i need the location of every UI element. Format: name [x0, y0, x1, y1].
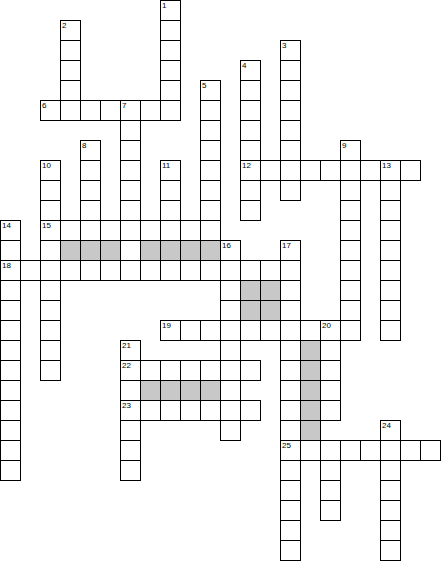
- grid-cell[interactable]: [240, 360, 261, 381]
- grid-cell[interactable]: [180, 320, 201, 341]
- grid-cell[interactable]: [300, 320, 321, 341]
- grid-cell[interactable]: [140, 100, 161, 121]
- grid-cell[interactable]: [40, 100, 61, 121]
- grid-cell[interactable]: [180, 260, 201, 281]
- grid-cell[interactable]: [160, 220, 181, 241]
- grid-cell[interactable]: [120, 120, 141, 141]
- grid-cell[interactable]: [160, 20, 181, 41]
- grid-cell[interactable]: [160, 80, 181, 101]
- grid-cell[interactable]: [80, 160, 101, 181]
- grid-cell-shaded[interactable]: [80, 240, 101, 261]
- grid-cell-shaded[interactable]: [180, 380, 201, 401]
- grid-cell[interactable]: [60, 220, 81, 241]
- grid-cell[interactable]: [40, 180, 61, 201]
- grid-cell[interactable]: [120, 240, 141, 261]
- grid-cell[interactable]: [380, 480, 401, 501]
- grid-cell[interactable]: [200, 140, 221, 161]
- grid-cell[interactable]: [0, 420, 21, 441]
- grid-cell[interactable]: [380, 280, 401, 301]
- grid-cell[interactable]: [240, 180, 261, 201]
- grid-cell[interactable]: [320, 440, 341, 461]
- grid-cell-shaded[interactable]: [260, 280, 281, 301]
- grid-cell[interactable]: [280, 240, 301, 261]
- grid-cell[interactable]: [340, 160, 361, 181]
- grid-cell[interactable]: [280, 420, 301, 441]
- grid-cell[interactable]: [200, 100, 221, 121]
- grid-cell[interactable]: [200, 220, 221, 241]
- grid-cell[interactable]: [380, 200, 401, 221]
- grid-cell[interactable]: [140, 400, 161, 421]
- grid-cell-shaded[interactable]: [260, 300, 281, 321]
- grid-cell-shaded[interactable]: [240, 300, 261, 321]
- grid-cell[interactable]: [120, 420, 141, 441]
- grid-cell[interactable]: [180, 220, 201, 241]
- grid-cell[interactable]: [280, 260, 301, 281]
- crossword-board: 1234567891011121314151617181920212223242…: [0, 0, 441, 561]
- grid-cell[interactable]: [160, 60, 181, 81]
- grid-cell[interactable]: [280, 120, 301, 141]
- grid-cell[interactable]: [260, 320, 281, 341]
- grid-cell[interactable]: [280, 100, 301, 121]
- grid-cell[interactable]: [380, 460, 401, 481]
- grid-cell[interactable]: [220, 340, 241, 361]
- grid-cell[interactable]: [340, 320, 361, 341]
- grid-cell[interactable]: [160, 180, 181, 201]
- grid-cell-shaded[interactable]: [300, 420, 321, 441]
- grid-cell[interactable]: [380, 240, 401, 261]
- grid-cell[interactable]: [220, 380, 241, 401]
- grid-cell[interactable]: [180, 360, 201, 381]
- grid-cell[interactable]: [380, 520, 401, 541]
- grid-cell[interactable]: [60, 60, 81, 81]
- grid-cell[interactable]: [220, 300, 241, 321]
- grid-cell[interactable]: [380, 320, 401, 341]
- grid-cell[interactable]: [380, 420, 401, 441]
- grid-cell[interactable]: [200, 80, 221, 101]
- grid-cell[interactable]: [240, 100, 261, 121]
- grid-cell[interactable]: [60, 260, 81, 281]
- grid-cell[interactable]: [300, 440, 321, 461]
- grid-cell[interactable]: [220, 320, 241, 341]
- grid-cell[interactable]: [280, 460, 301, 481]
- grid-cell[interactable]: [200, 200, 221, 221]
- grid-cell[interactable]: [80, 100, 101, 121]
- grid-cell[interactable]: [320, 460, 341, 481]
- grid-cell[interactable]: [160, 160, 181, 181]
- grid-cell[interactable]: [280, 280, 301, 301]
- grid-cell[interactable]: [40, 160, 61, 181]
- grid-cell[interactable]: [120, 400, 141, 421]
- grid-cell[interactable]: [0, 260, 21, 281]
- grid-cell[interactable]: [0, 380, 21, 401]
- grid-cell[interactable]: [40, 280, 61, 301]
- grid-cell[interactable]: [60, 100, 81, 121]
- grid-cell[interactable]: [120, 460, 141, 481]
- grid-cell[interactable]: [340, 240, 361, 261]
- grid-cell[interactable]: [120, 360, 141, 381]
- grid-cell[interactable]: [160, 320, 181, 341]
- grid-cell[interactable]: [340, 140, 361, 161]
- grid-cell[interactable]: [0, 280, 21, 301]
- grid-cell[interactable]: [340, 300, 361, 321]
- grid-cell[interactable]: [200, 260, 221, 281]
- grid-cell[interactable]: [380, 260, 401, 281]
- grid-cell[interactable]: [380, 180, 401, 201]
- grid-cell[interactable]: [340, 220, 361, 241]
- grid-cell[interactable]: [420, 440, 441, 461]
- grid-cell[interactable]: [120, 260, 141, 281]
- grid-cell[interactable]: [120, 180, 141, 201]
- grid-cell[interactable]: [20, 260, 41, 281]
- grid-cell-shaded[interactable]: [240, 280, 261, 301]
- grid-cell[interactable]: [380, 540, 401, 561]
- grid-cell[interactable]: [280, 320, 301, 341]
- grid-cell[interactable]: [340, 180, 361, 201]
- grid-cell-shaded[interactable]: [140, 380, 161, 401]
- grid-cell[interactable]: [0, 360, 21, 381]
- grid-cell[interactable]: [200, 360, 221, 381]
- grid-cell[interactable]: [220, 240, 241, 261]
- grid-cell[interactable]: [140, 360, 161, 381]
- grid-cell[interactable]: [0, 320, 21, 341]
- grid-cell[interactable]: [280, 60, 301, 81]
- grid-cell[interactable]: [60, 20, 81, 41]
- grid-cell[interactable]: [280, 520, 301, 541]
- grid-cell[interactable]: [240, 120, 261, 141]
- grid-cell[interactable]: [240, 140, 261, 161]
- grid-cell[interactable]: [220, 360, 241, 381]
- grid-cell[interactable]: [100, 100, 121, 121]
- grid-cell[interactable]: [160, 200, 181, 221]
- grid-cell-shaded[interactable]: [300, 400, 321, 421]
- grid-cell[interactable]: [220, 420, 241, 441]
- grid-cell[interactable]: [40, 300, 61, 321]
- grid-cell[interactable]: [280, 140, 301, 161]
- grid-cell[interactable]: [340, 200, 361, 221]
- grid-cell[interactable]: [80, 220, 101, 241]
- grid-cell[interactable]: [240, 160, 261, 181]
- grid-cell[interactable]: [240, 60, 261, 81]
- grid-cell[interactable]: [320, 500, 341, 521]
- grid-cell[interactable]: [280, 180, 301, 201]
- grid-cell[interactable]: [160, 400, 181, 421]
- grid-cell[interactable]: [120, 440, 141, 461]
- grid-cell[interactable]: [320, 360, 341, 381]
- grid-cell[interactable]: [40, 240, 61, 261]
- grid-cell[interactable]: [280, 40, 301, 61]
- grid-cell-shaded[interactable]: [140, 240, 161, 261]
- grid-cell-shaded[interactable]: [100, 240, 121, 261]
- grid-cell[interactable]: [260, 260, 281, 281]
- grid-cell[interactable]: [40, 360, 61, 381]
- grid-cell[interactable]: [280, 340, 301, 361]
- grid-cell[interactable]: [280, 440, 301, 461]
- grid-cell[interactable]: [160, 100, 181, 121]
- grid-cell[interactable]: [60, 80, 81, 101]
- grid-cell-shaded[interactable]: [200, 240, 221, 261]
- grid-cell[interactable]: [280, 480, 301, 501]
- grid-cell[interactable]: [0, 240, 21, 261]
- grid-cell[interactable]: [380, 300, 401, 321]
- grid-cell-shaded[interactable]: [160, 380, 181, 401]
- grid-cell[interactable]: [80, 140, 101, 161]
- grid-cell[interactable]: [380, 160, 401, 181]
- grid-cell[interactable]: [240, 80, 261, 101]
- grid-cell[interactable]: [40, 340, 61, 361]
- grid-cell[interactable]: [160, 0, 181, 21]
- grid-cell-shaded[interactable]: [300, 380, 321, 401]
- grid-cell[interactable]: [160, 40, 181, 61]
- grid-cell[interactable]: [160, 360, 181, 381]
- grid-cell[interactable]: [380, 220, 401, 241]
- grid-cell[interactable]: [80, 200, 101, 221]
- grid-cell[interactable]: [380, 500, 401, 521]
- grid-cell[interactable]: [200, 400, 221, 421]
- grid-cell[interactable]: [240, 200, 261, 221]
- grid-cell[interactable]: [0, 340, 21, 361]
- grid-cell[interactable]: [0, 440, 21, 461]
- grid-cell[interactable]: [120, 380, 141, 401]
- grid-cell[interactable]: [120, 160, 141, 181]
- grid-cell[interactable]: [320, 380, 341, 401]
- grid-cell[interactable]: [60, 40, 81, 61]
- grid-cell[interactable]: [320, 320, 341, 341]
- grid-cell[interactable]: [340, 440, 361, 461]
- grid-cell[interactable]: [160, 260, 181, 281]
- grid-cell-shaded[interactable]: [60, 240, 81, 261]
- grid-cell[interactable]: [120, 200, 141, 221]
- grid-cell[interactable]: [40, 200, 61, 221]
- grid-cell[interactable]: [240, 260, 261, 281]
- grid-cell[interactable]: [260, 160, 281, 181]
- grid-cell[interactable]: [340, 260, 361, 281]
- grid-cell[interactable]: [100, 260, 121, 281]
- grid-cell[interactable]: [120, 140, 141, 161]
- grid-cell[interactable]: [320, 400, 341, 421]
- grid-cell[interactable]: [140, 220, 161, 241]
- grid-cell[interactable]: [240, 400, 261, 421]
- grid-cell[interactable]: [280, 380, 301, 401]
- grid-cell[interactable]: [40, 320, 61, 341]
- grid-cell[interactable]: [120, 220, 141, 241]
- grid-cell[interactable]: [140, 260, 161, 281]
- grid-cell[interactable]: [300, 160, 321, 181]
- grid-cell-shaded[interactable]: [160, 240, 181, 261]
- grid-cell[interactable]: [220, 260, 241, 281]
- grid-cell[interactable]: [360, 160, 381, 181]
- grid-cell[interactable]: [400, 440, 421, 461]
- grid-cell[interactable]: [0, 220, 21, 241]
- grid-cell[interactable]: [40, 220, 61, 241]
- grid-cell[interactable]: [320, 480, 341, 501]
- grid-cell-shaded[interactable]: [300, 340, 321, 361]
- grid-cell[interactable]: [320, 160, 341, 181]
- grid-cell[interactable]: [320, 340, 341, 361]
- grid-cell[interactable]: [0, 400, 21, 421]
- grid-cell[interactable]: [200, 320, 221, 341]
- grid-cell[interactable]: [200, 120, 221, 141]
- grid-cell[interactable]: [40, 260, 61, 281]
- grid-cell[interactable]: [280, 160, 301, 181]
- grid-cell[interactable]: [80, 180, 101, 201]
- grid-cell[interactable]: [100, 220, 121, 241]
- grid-cell[interactable]: [400, 160, 421, 181]
- grid-cell[interactable]: [280, 360, 301, 381]
- grid-cell[interactable]: [340, 280, 361, 301]
- grid-cell-shaded[interactable]: [300, 360, 321, 381]
- grid-cell[interactable]: [180, 400, 201, 421]
- grid-cell[interactable]: [280, 400, 301, 421]
- grid-cell[interactable]: [120, 100, 141, 121]
- grid-cell[interactable]: [360, 440, 381, 461]
- grid-cell[interactable]: [0, 460, 21, 481]
- grid-cell[interactable]: [220, 400, 241, 421]
- grid-cell[interactable]: [280, 80, 301, 101]
- grid-cell[interactable]: [80, 260, 101, 281]
- grid-cell[interactable]: [240, 320, 261, 341]
- grid-cell[interactable]: [200, 180, 221, 201]
- grid-cell[interactable]: [380, 440, 401, 461]
- grid-cell[interactable]: [280, 300, 301, 321]
- grid-cell[interactable]: [120, 340, 141, 361]
- grid-cell-shaded[interactable]: [200, 380, 221, 401]
- grid-cell[interactable]: [280, 540, 301, 561]
- grid-cell[interactable]: [220, 280, 241, 301]
- grid-cell-shaded[interactable]: [180, 240, 201, 261]
- grid-cell[interactable]: [280, 500, 301, 521]
- grid-cell[interactable]: [0, 300, 21, 321]
- grid-cell[interactable]: [200, 160, 221, 181]
